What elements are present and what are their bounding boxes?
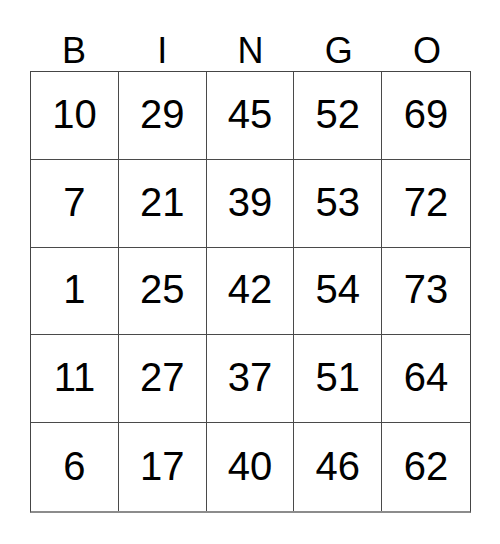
bingo-cell-r2-g[interactable]: 53 xyxy=(294,160,382,248)
bingo-cell-r4-o[interactable]: 64 xyxy=(382,335,470,423)
bingo-cell-r1-g[interactable]: 52 xyxy=(294,72,382,160)
bingo-cell-r5-n[interactable]: 40 xyxy=(207,423,295,511)
bingo-cell-r4-n[interactable]: 37 xyxy=(207,335,295,423)
bingo-cell-r2-b[interactable]: 7 xyxy=(31,160,119,248)
bingo-cell-r1-i[interactable]: 29 xyxy=(119,72,207,160)
header-letter-o: O xyxy=(383,33,471,69)
bingo-cell-r3-i[interactable]: 25 xyxy=(119,248,207,336)
bingo-cell-r5-i[interactable]: 17 xyxy=(119,423,207,511)
bingo-cell-r5-b[interactable]: 6 xyxy=(31,423,119,511)
bingo-cell-r1-o[interactable]: 69 xyxy=(382,72,470,160)
header-letter-g: G xyxy=(295,33,383,69)
bingo-cell-r3-g[interactable]: 54 xyxy=(294,248,382,336)
bingo-cell-r5-o[interactable]: 62 xyxy=(382,423,470,511)
bingo-cell-r3-b[interactable]: 1 xyxy=(31,248,119,336)
header-letter-i: I xyxy=(118,33,206,69)
bingo-cell-r2-o[interactable]: 72 xyxy=(382,160,470,248)
bingo-cell-r4-i[interactable]: 27 xyxy=(119,335,207,423)
bingo-cell-r3-n[interactable]: 42 xyxy=(207,248,295,336)
bingo-grid: 10 29 45 52 69 7 21 39 53 72 1 25 42 54 … xyxy=(30,71,471,513)
bingo-cell-r1-n[interactable]: 45 xyxy=(207,72,295,160)
header-letter-n: N xyxy=(206,33,294,69)
bingo-cell-r4-g[interactable]: 51 xyxy=(294,335,382,423)
bingo-card: B I N G O 10 29 45 52 69 7 21 39 53 72 1… xyxy=(0,0,500,544)
bingo-cell-r4-b[interactable]: 11 xyxy=(31,335,119,423)
bingo-cell-r5-g[interactable]: 46 xyxy=(294,423,382,511)
bingo-cell-r2-i[interactable]: 21 xyxy=(119,160,207,248)
bingo-cell-r2-n[interactable]: 39 xyxy=(207,160,295,248)
bingo-cell-r3-o[interactable]: 73 xyxy=(382,248,470,336)
column-header-row: B I N G O xyxy=(30,0,471,71)
bingo-cell-r1-b[interactable]: 10 xyxy=(31,72,119,160)
header-letter-b: B xyxy=(30,33,118,69)
